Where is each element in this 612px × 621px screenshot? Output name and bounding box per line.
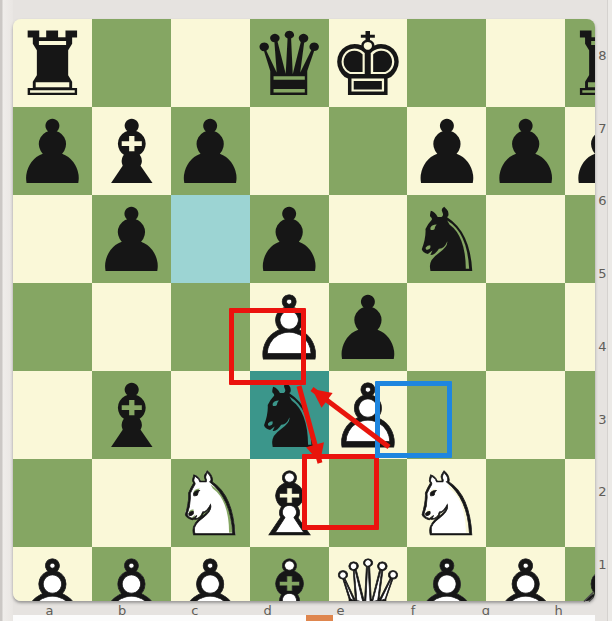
piece-outline-layer: ♙ [486,549,565,601]
piece-glyph: ♝ [92,373,171,461]
black-rook[interactable]: ♜ [13,21,92,109]
red-highlight-box-d4 [229,308,306,385]
white-pawn[interactable]: ♟♙ [486,549,565,601]
square-c6[interactable] [171,195,250,283]
square-g5[interactable] [486,283,565,371]
square-b4[interactable]: ♝ [92,371,171,459]
square-b3[interactable] [92,459,171,547]
red-highlight-box-e2 [302,454,379,531]
black-rook[interactable]: ♜ [565,21,595,109]
black-pawn[interactable]: ♟ [13,109,92,197]
square-h5[interactable] [565,283,595,371]
left-gutter [0,0,13,621]
square-h3[interactable] [565,459,595,547]
square-d2[interactable]: ♝♗ [250,547,329,601]
square-e5[interactable]: ♟ [329,283,408,371]
white-queen[interactable]: ♛♕ [329,549,408,601]
white-pawn[interactable]: ♟♙ [92,549,171,601]
piece-glyph: ♜ [565,21,595,109]
square-f5[interactable] [407,283,486,371]
piece-outline-layer: ♘ [171,461,250,549]
square-f8[interactable] [407,19,486,107]
piece-glyph: ♛ [250,21,329,109]
piece-glyph: ♜ [13,21,92,109]
square-a8[interactable]: ♜ [13,19,92,107]
black-bishop[interactable]: ♝ [92,373,171,461]
square-h6[interactable] [565,195,595,283]
square-c8[interactable] [171,19,250,107]
rank-label-6: 6 [596,165,609,238]
square-g8[interactable] [486,19,565,107]
black-pawn[interactable]: ♟ [329,285,408,373]
piece-outline-layer: ♗ [250,549,329,601]
square-h4[interactable] [565,371,595,459]
white-knight[interactable]: ♞♘ [171,461,250,549]
piece-outline-layer: ♕ [329,549,408,601]
white-bishop[interactable]: ♝♗ [250,549,329,601]
piece-glyph: ♟ [407,109,486,197]
square-b7[interactable]: ♝ [92,107,171,195]
board-resize-handle[interactable] [582,588,595,601]
square-g6[interactable] [486,195,565,283]
rank-label-5: 5 [596,237,609,310]
square-b5[interactable] [92,283,171,371]
rank-label-4: 4 [596,310,609,383]
square-c2[interactable]: ♟♙ [171,547,250,601]
black-pawn[interactable]: ♟ [486,109,565,197]
square-a5[interactable] [13,283,92,371]
piece-glyph: ♚ [329,21,408,109]
rank-label-8: 8 [596,19,609,92]
piece-outline-layer: ♙ [13,549,92,601]
black-knight[interactable]: ♞ [407,197,486,285]
square-f6[interactable]: ♞ [407,195,486,283]
square-e6[interactable] [329,195,408,283]
chess-board-panel: ♜♛♚♜♟♝♟♟♟♟♟♟♞♟♙♟♝♞♟♙♞♘♝♗♞♘♟♙♟♙♟♙♝♗♛♕♟♙♟♙… [0,0,612,621]
black-pawn[interactable]: ♟ [407,109,486,197]
blue-highlight-box-f3 [375,381,452,458]
square-g7[interactable]: ♟ [486,107,565,195]
square-h8[interactable]: ♜ [565,19,595,107]
square-d7[interactable] [250,107,329,195]
black-bishop[interactable]: ♝ [92,109,171,197]
square-g4[interactable] [486,371,565,459]
piece-glyph: ♟ [13,109,92,197]
square-c7[interactable]: ♟ [171,107,250,195]
square-f2[interactable]: ♟♙ [407,547,486,601]
horizontal-scrollbar-track [13,615,595,621]
square-a2[interactable]: ♟♙ [13,547,92,601]
white-pawn[interactable]: ♟♙ [171,549,250,601]
piece-glyph: ♟ [565,109,595,197]
piece-outline-layer: ♘ [407,461,486,549]
white-knight[interactable]: ♞♘ [407,461,486,549]
square-g3[interactable] [486,459,565,547]
white-pawn[interactable]: ♟♙ [13,549,92,601]
square-h7[interactable]: ♟ [565,107,595,195]
black-king[interactable]: ♚ [329,21,408,109]
square-f3[interactable]: ♞♘ [407,459,486,547]
black-pawn[interactable]: ♟ [171,109,250,197]
square-b8[interactable] [92,19,171,107]
rank-label-3: 3 [596,383,609,456]
square-e7[interactable] [329,107,408,195]
piece-glyph: ♟ [92,197,171,285]
piece-glyph: ♟ [486,109,565,197]
black-queen[interactable]: ♛ [250,21,329,109]
square-e2[interactable]: ♛♕ [329,547,408,601]
piece-outline-layer: ♙ [407,549,486,601]
square-e8[interactable]: ♚ [329,19,408,107]
square-a3[interactable] [13,459,92,547]
square-c3[interactable]: ♞♘ [171,459,250,547]
square-a7[interactable]: ♟ [13,107,92,195]
square-b6[interactable]: ♟ [92,195,171,283]
square-b2[interactable]: ♟♙ [92,547,171,601]
square-a4[interactable] [13,371,92,459]
piece-glyph: ♞ [250,373,329,461]
black-pawn[interactable]: ♟ [250,197,329,285]
piece-outline-layer: ♙ [92,549,171,601]
piece-glyph: ♞ [407,197,486,285]
rank-label-1: 1 [596,528,609,601]
square-a6[interactable] [13,195,92,283]
square-f7[interactable]: ♟ [407,107,486,195]
piece-glyph: ♟ [171,109,250,197]
piece-glyph: ♟ [329,285,408,373]
piece-glyph: ♝ [92,109,171,197]
rank-label-2: 2 [596,456,609,529]
square-d6[interactable]: ♟ [250,195,329,283]
horizontal-scrollbar-thumb[interactable] [306,615,333,621]
piece-outline-layer: ♙ [171,549,250,601]
resize-grip-icon [582,590,595,603]
rank-label-7: 7 [596,92,609,165]
black-pawn[interactable]: ♟ [92,197,171,285]
square-d8[interactable]: ♛ [250,19,329,107]
white-pawn[interactable]: ♟♙ [407,549,486,601]
black-pawn[interactable]: ♟ [565,109,595,197]
black-knight[interactable]: ♞ [250,373,329,461]
square-g2[interactable]: ♟♙ [486,547,565,601]
piece-glyph: ♟ [250,197,329,285]
